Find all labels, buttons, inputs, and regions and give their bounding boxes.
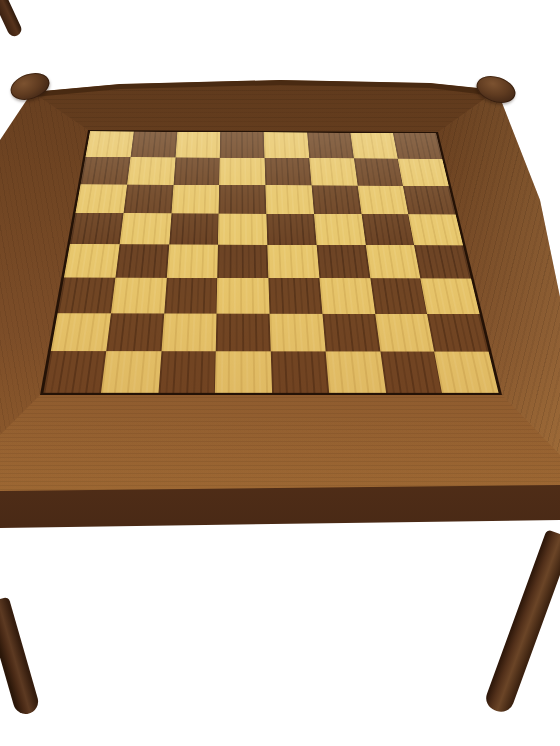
- square-e8: [264, 132, 309, 158]
- square-f5: [314, 214, 366, 245]
- square-f1: [325, 352, 385, 393]
- square-f4: [316, 245, 370, 278]
- square-d5: [218, 214, 267, 245]
- chessboard-grid: [43, 131, 498, 392]
- square-h1: [434, 352, 498, 393]
- square-e4: [267, 245, 319, 278]
- square-b4: [115, 244, 169, 277]
- square-e7: [265, 158, 312, 185]
- square-f8: [307, 133, 354, 159]
- square-a2: [51, 313, 111, 351]
- square-b5: [119, 213, 171, 244]
- square-f2: [322, 313, 380, 351]
- square-g6: [357, 185, 408, 214]
- table-front-right-leg: [483, 529, 560, 715]
- square-h8: [393, 133, 442, 159]
- square-h7: [398, 158, 449, 185]
- square-d3: [217, 278, 270, 314]
- square-c3: [164, 278, 218, 314]
- square-g1: [380, 352, 442, 393]
- square-b1: [101, 351, 161, 392]
- square-c1: [158, 351, 216, 392]
- square-f7: [309, 158, 357, 185]
- square-f3: [319, 278, 375, 314]
- square-a1: [43, 351, 106, 392]
- square-e6: [265, 185, 313, 214]
- square-e2: [270, 313, 326, 351]
- square-b7: [127, 157, 175, 184]
- table-front-left-leg: [0, 597, 41, 717]
- table-back-left-leg: [0, 0, 24, 38]
- square-d6: [219, 185, 267, 214]
- square-c4: [166, 244, 218, 277]
- square-f6: [311, 185, 361, 214]
- square-h2: [427, 314, 488, 352]
- square-c6: [171, 185, 219, 214]
- square-h6: [403, 186, 456, 215]
- square-e5: [266, 214, 316, 245]
- square-g7: [354, 158, 403, 185]
- square-b3: [111, 277, 167, 313]
- square-a3: [58, 277, 116, 313]
- square-g8: [350, 133, 398, 159]
- square-h5: [408, 214, 463, 245]
- square-g4: [365, 245, 420, 278]
- square-g3: [370, 278, 427, 314]
- square-d7: [219, 158, 265, 185]
- square-a4: [64, 244, 119, 277]
- square-h3: [421, 278, 480, 313]
- chessboard: [40, 130, 502, 395]
- scene: [0, 0, 560, 746]
- square-c8: [175, 132, 220, 158]
- square-c7: [173, 157, 220, 184]
- square-d2: [216, 313, 271, 351]
- square-d4: [217, 245, 268, 278]
- square-a7: [81, 157, 131, 184]
- square-d1: [215, 352, 272, 393]
- square-e3: [268, 278, 322, 314]
- square-a5: [70, 213, 123, 244]
- square-a8: [85, 131, 133, 157]
- square-a6: [75, 184, 127, 213]
- square-b2: [106, 313, 164, 351]
- square-e1: [271, 352, 329, 393]
- square-c5: [169, 214, 219, 245]
- square-g5: [361, 214, 414, 245]
- square-d8: [220, 132, 265, 158]
- square-b8: [130, 132, 177, 158]
- square-g2: [375, 314, 435, 352]
- square-c2: [161, 313, 217, 351]
- square-b6: [123, 184, 173, 213]
- square-h4: [414, 245, 471, 278]
